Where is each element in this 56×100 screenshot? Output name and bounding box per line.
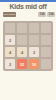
empty-cell xyxy=(41,47,51,57)
empty-cell xyxy=(29,35,39,45)
tile-32: 32 xyxy=(17,59,27,69)
tile-2: 2 xyxy=(29,47,39,57)
tile-4: 4 xyxy=(17,47,27,57)
tile-16: 16 xyxy=(29,59,39,69)
score-panel: 104 104 xyxy=(38,12,55,17)
new-game-button[interactable]: New Game xyxy=(3,12,16,17)
empty-cell xyxy=(29,23,39,33)
empty-cell xyxy=(41,23,51,33)
tile-2: 2 xyxy=(5,59,15,69)
best-score-box: 104 xyxy=(47,12,55,17)
tile-2: 2 xyxy=(5,35,15,45)
game-board[interactable]: 244223216 xyxy=(3,21,53,71)
tile-4: 4 xyxy=(5,47,15,57)
page-title: Kids mid off xyxy=(0,2,56,11)
empty-cell xyxy=(41,59,51,69)
empty-cell xyxy=(5,23,15,33)
empty-cell xyxy=(17,23,27,33)
empty-cell xyxy=(17,35,27,45)
score-box: 104 xyxy=(38,12,46,17)
empty-cell xyxy=(41,35,51,45)
